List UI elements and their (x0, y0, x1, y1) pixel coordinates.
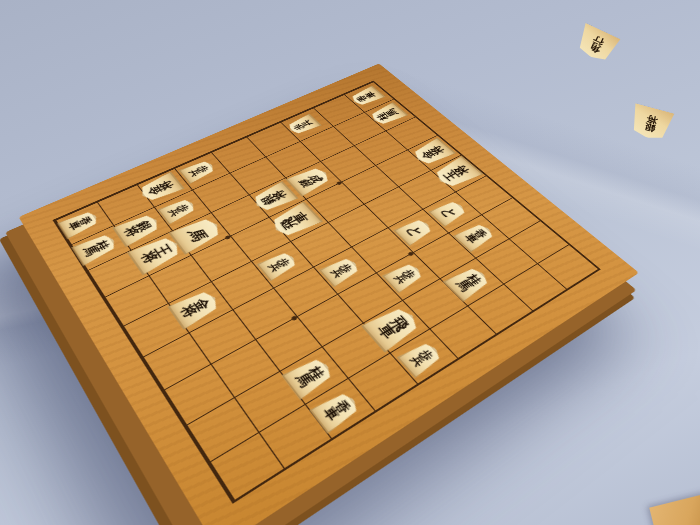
piece-kanji: 兵 (166, 207, 180, 217)
piece-kanji: 馬 (186, 226, 209, 243)
piece-kanji: 兵 (408, 354, 425, 368)
shogi-piece-gold-far[interactable]: 金将 (136, 171, 185, 205)
piece-kanji: 将 (157, 179, 174, 191)
piece-kanji: 将 (270, 188, 288, 201)
shogi-piece-knight-near[interactable]: 桂馬 (71, 231, 120, 267)
shogi-piece-lance-near[interactable]: 香車 (57, 208, 101, 239)
piece-kanji: 車 (291, 210, 311, 224)
piece-kanji: 馬 (384, 107, 399, 117)
piece-kanji: 将 (429, 144, 446, 155)
piece-kanji: 兵 (329, 267, 345, 279)
piece-kanji: と (404, 224, 425, 239)
shogi-piece-king-far[interactable]: 玉将 (429, 155, 483, 191)
shogi-piece-pawn-near[interactable]: 歩兵 (256, 249, 301, 282)
shogi-piece-lance-near[interactable]: 香車 (309, 388, 364, 434)
piece-kanji: 兵 (301, 119, 314, 127)
board-pieces: 香車桂馬金将玉将と香車歩兵と桂馬成銀歩兵銀将飛車歩兵飛車歩兵歩兵歩兵金将歩兵馬桂… (53, 81, 601, 504)
shogi-piece-pawn-near[interactable]: 歩兵 (382, 260, 427, 294)
piece-kanji: 銀 (297, 177, 313, 188)
shogi-piece-knight-near[interactable]: 桂馬 (443, 264, 495, 302)
perspective-scene: 香車桂馬金将玉将と香車歩兵と桂馬成銀歩兵銀将飛車歩兵飛車歩兵歩兵歩兵金将歩兵馬桂… (0, 0, 700, 525)
piece-kanji: 車 (66, 220, 81, 232)
shogi-piece-knight-far[interactable]: 桂馬 (367, 101, 409, 127)
piece-kanji: 兵 (392, 273, 408, 285)
photo-scene: 香車桂馬金将玉将と香車歩兵と桂馬成銀歩兵銀将飛車歩兵飛車歩兵歩兵歩兵金将歩兵馬桂… (0, 0, 700, 525)
piece-kanji: 将 (122, 225, 140, 239)
shogi-piece-pawn-near[interactable]: 歩兵 (319, 254, 364, 287)
shogi-board: 香車桂馬金将玉将と香車歩兵と桂馬成銀歩兵銀将飛車歩兵飛車歩兵歩兵歩兵金将歩兵馬桂… (19, 64, 639, 525)
shogi-piece-rook-near[interactable]: 飛車 (360, 302, 425, 353)
piece-kanji: と (439, 205, 459, 219)
shogi-piece-pawn-near[interactable]: 歩兵 (178, 158, 218, 184)
shogi-piece-pawn-near[interactable]: 歩兵 (157, 196, 199, 225)
piece-kanji: 将 (179, 303, 199, 320)
shogi-piece-tokin-near[interactable]: と (393, 216, 436, 246)
piece-kanji: 車 (463, 233, 480, 245)
piece-kanji: 馬 (81, 244, 98, 257)
piece-kanji: 将 (139, 249, 159, 265)
piece-kanji: 将 (646, 114, 659, 125)
piece-kanji: 車 (321, 406, 341, 423)
piece-kanji: 兵 (187, 168, 201, 177)
piece-kanji: 行 (592, 34, 605, 46)
shogi-piece-lance-near[interactable]: 香車 (453, 221, 499, 253)
piece-kanji: 馬 (293, 371, 313, 389)
shogi-piece-knight-near[interactable]: 桂馬 (281, 354, 337, 401)
shogi-piece-gold-near[interactable]: 金将 (167, 286, 224, 330)
shogi-piece-gold-far[interactable]: 金将 (408, 137, 456, 168)
piece-kanji: 車 (364, 90, 378, 98)
shogi-piece-pawn-near[interactable]: 歩兵 (396, 339, 445, 379)
shogi-piece-tokin-near[interactable]: と (428, 198, 470, 227)
piece-kanji: 兵 (266, 261, 281, 273)
shogi-piece-pawn-far[interactable]: 歩兵 (285, 113, 323, 136)
shogi-piece-lance-far[interactable]: 香車 (348, 85, 386, 108)
